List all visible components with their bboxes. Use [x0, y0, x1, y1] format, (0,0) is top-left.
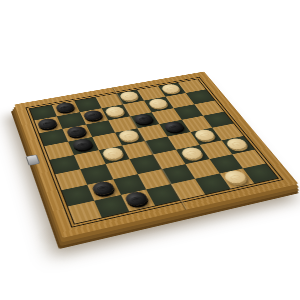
square-g8[interactable]: ⛀ — [219, 168, 254, 188]
square-g7[interactable] — [209, 154, 243, 173]
square-e6[interactable] — [153, 150, 185, 169]
square-a6[interactable] — [55, 169, 87, 190]
square-d8[interactable] — [146, 184, 181, 206]
square-h7[interactable] — [232, 149, 266, 168]
piece-light-man[interactable]: ⛀ — [160, 83, 182, 94]
piece-black-man[interactable]: ⛂ — [90, 180, 116, 197]
square-c6[interactable] — [105, 159, 137, 179]
square-a7[interactable] — [62, 184, 95, 206]
square-g6[interactable] — [199, 141, 232, 159]
square-f8[interactable] — [195, 173, 230, 194]
square-b8[interactable] — [94, 195, 128, 218]
square-h8[interactable] — [243, 163, 278, 183]
square-d7[interactable] — [137, 169, 170, 190]
square-e7[interactable] — [162, 164, 196, 184]
square-c8[interactable]: ⛂ — [120, 189, 154, 211]
square-c5[interactable]: ⛀ — [98, 146, 129, 165]
square-f7[interactable] — [186, 159, 220, 179]
piece-black-man[interactable]: ⛂ — [123, 190, 150, 207]
piece-black-man[interactable]: ⛂ — [37, 117, 59, 130]
piece-light-man[interactable]: ⛀ — [224, 137, 250, 151]
piece-black-man[interactable]: ⛂ — [82, 109, 104, 121]
piece-light-man[interactable]: ⛀ — [222, 169, 249, 185]
board-3d-wrapper: ⛂⛀⛀⛂⛂⛀⛀⛂⛂⛂⛀⛂⛀⛀⛀⛀⛂⛂⛀ — [14, 72, 298, 238]
piece-light-man[interactable]: ⛀ — [179, 146, 204, 161]
square-a8[interactable] — [68, 200, 102, 223]
square-a5[interactable] — [50, 155, 81, 174]
piece-light-man[interactable]: ⛀ — [101, 146, 125, 161]
square-d6[interactable] — [129, 155, 161, 174]
product-photo: ⛂⛀⛀⛂⛂⛀⛀⛂⛂⛂⛀⛂⛀⛀⛀⛀⛂⛂⛀ — [0, 0, 300, 300]
board-frame: ⛂⛀⛀⛂⛂⛀⛀⛂⛂⛂⛀⛂⛀⛀⛀⛀⛂⛂⛀ — [14, 72, 298, 238]
square-b5[interactable] — [74, 150, 105, 169]
square-f6[interactable]: ⛀ — [176, 145, 209, 164]
square-b6[interactable] — [81, 164, 113, 184]
square-b7[interactable]: ⛂ — [87, 179, 120, 200]
piece-black-man[interactable]: ⛂ — [54, 102, 75, 114]
piece-black-man[interactable]: ⛂ — [65, 125, 88, 138]
piece-light-man[interactable]: ⛀ — [146, 97, 168, 109]
square-e8[interactable] — [171, 179, 206, 200]
square-d5[interactable] — [122, 141, 153, 159]
metal-clasp — [25, 154, 40, 166]
square-a4[interactable] — [44, 141, 74, 159]
square-h6[interactable]: ⛀ — [222, 136, 255, 154]
square-c7[interactable] — [113, 174, 146, 195]
piece-black-man[interactable]: ⛂ — [162, 120, 186, 133]
piece-black-man[interactable]: ⛂ — [71, 138, 94, 152]
